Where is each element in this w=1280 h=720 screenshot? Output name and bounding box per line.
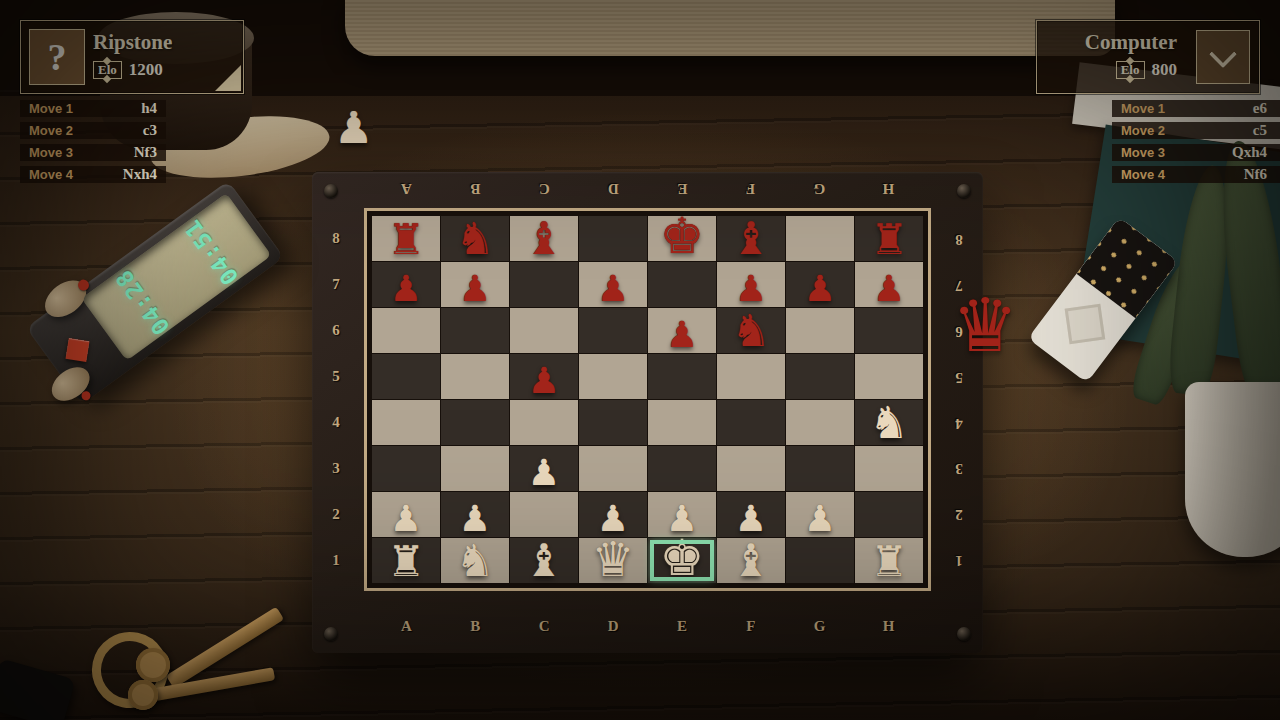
sofa-cushion [345,0,1115,56]
board-screw [324,184,338,198]
player-panel-black: Computer Elo 800 [1036,20,1260,94]
square-b3[interactable] [441,446,509,491]
square-f8[interactable]: ♝ [717,216,785,261]
square-b4[interactable] [441,400,509,445]
move-label: Move 2 [1121,122,1165,139]
move-row: Move 4 Nf6 [1112,166,1280,183]
board-grid: ♜♞♝♚♝♜♟♟♟♟♟♟♟♞♟♞♟♟♟♟♟♟♟♜♞♝♛♚♝♜ [372,216,923,583]
square-h2[interactable] [855,492,923,537]
file-label-C: C [510,618,579,635]
square-e1[interactable]: ♚ [648,538,716,583]
rank-label-4: 4 [326,400,346,446]
move-value: Nf6 [1244,166,1267,183]
move-value: Nxh4 [123,166,157,183]
file-label-top-E: E [648,180,717,197]
move-value: Nf3 [134,144,157,161]
red-rook-a8: ♜ [387,219,425,261]
move-value: c3 [143,122,157,139]
captured-white-pawn: ♟ [334,106,373,150]
dropdown-button[interactable] [1196,30,1250,84]
ranks-left: 87654321 [326,216,346,583]
square-c1[interactable]: ♝ [510,538,578,583]
remote-dpad [1064,304,1105,345]
square-a8[interactable]: ♜ [372,216,440,261]
square-d4[interactable] [579,400,647,445]
file-label-top-A: A [372,180,441,197]
white-time: 04:28 [110,264,175,339]
board-inner-border: ♜♞♝♚♝♜♟♟♟♟♟♟♟♞♟♞♟♟♟♟♟♟♟♜♞♝♛♚♝♜ [364,208,931,591]
square-a2[interactable]: ♟ [372,492,440,537]
square-g6[interactable] [786,308,854,353]
rank-label-right-3: 3 [949,445,969,491]
move-label: Move 2 [29,122,73,139]
white-pawn-e2: ♟ [666,501,698,537]
square-e6[interactable]: ♟ [648,308,716,353]
square-e3[interactable] [648,446,716,491]
move-row: Move 2 c5 [1112,122,1280,139]
square-g5[interactable] [786,354,854,399]
rank-label-1: 1 [326,537,346,583]
square-d7[interactable]: ♟ [579,262,647,307]
white-bishop-f1: ♝ [731,538,771,583]
square-a7[interactable]: ♟ [372,262,440,307]
file-label-top-F: F [716,180,785,197]
rank-label-8: 8 [326,216,346,262]
player-name-white: Ripstone [93,30,243,55]
square-c7[interactable] [510,262,578,307]
square-f1[interactable]: ♝ [717,538,785,583]
elo-value-black: 800 [1152,60,1178,80]
board-screw [957,627,971,641]
move-label: Move 1 [1121,100,1165,117]
move-row: Move 4 Nxh4 [20,166,166,183]
red-knight-b8: ♞ [455,217,494,261]
rank-label-7: 7 [326,262,346,308]
square-c2[interactable] [510,492,578,537]
elo-badge-icon: Elo [1116,61,1145,79]
move-row: Move 2 c3 [20,122,166,139]
red-pawn-h7: ♟ [873,271,905,307]
move-value: e6 [1253,100,1267,117]
files-top: ABCDEFGH [372,180,923,197]
red-knight-f6: ♞ [731,309,770,353]
square-c4[interactable] [510,400,578,445]
board-screw [324,627,338,641]
red-bishop-c8: ♝ [524,216,564,261]
move-value: c5 [1253,122,1267,139]
captured-red-queen: ♛ [952,288,1018,362]
white-bishop-c1: ♝ [524,538,564,583]
square-h3[interactable] [855,446,923,491]
square-a1[interactable]: ♜ [372,538,440,583]
move-label: Move 4 [29,166,73,183]
square-g4[interactable] [786,400,854,445]
file-label-F: F [716,618,785,635]
square-a4[interactable] [372,400,440,445]
square-g7[interactable]: ♟ [786,262,854,307]
white-rook-h1: ♜ [870,541,908,583]
square-e5[interactable] [648,354,716,399]
file-label-A: A [372,618,441,635]
file-label-E: E [648,618,717,635]
square-g1[interactable] [786,538,854,583]
square-b1[interactable]: ♞ [441,538,509,583]
square-b8[interactable]: ♞ [441,216,509,261]
square-f4[interactable] [717,400,785,445]
square-b2[interactable]: ♟ [441,492,509,537]
white-knight-h4: ♞ [869,401,908,445]
rank-label-right-4: 4 [949,400,969,446]
file-label-top-D: D [579,180,648,197]
move-label: Move 3 [1121,144,1165,161]
rank-label-2: 2 [326,491,346,537]
square-h6[interactable] [855,308,923,353]
files-bottom: ABCDEFGH [372,618,923,635]
red-pawn-d7: ♟ [597,271,629,307]
square-f5[interactable] [717,354,785,399]
white-knight-b1: ♞ [455,539,494,583]
square-a5[interactable] [372,354,440,399]
square-f7[interactable]: ♟ [717,262,785,307]
red-pawn-f7: ♟ [735,271,767,307]
elo-value-white: 1200 [129,60,163,80]
chevron-down-icon [1209,40,1237,68]
file-label-top-H: H [854,180,923,197]
move-row: Move 1 h4 [20,100,166,117]
white-pawn-g2: ♟ [804,501,836,537]
square-d8[interactable] [579,216,647,261]
key-head [128,680,158,710]
move-row: Move 1 e6 [1112,100,1280,117]
square-g3[interactable] [786,446,854,491]
square-c6[interactable] [510,308,578,353]
move-row: Move 3 Nf3 [20,144,166,161]
square-c5[interactable]: ♟ [510,354,578,399]
square-a3[interactable] [372,446,440,491]
move-value: Qxh4 [1232,144,1267,161]
square-b5[interactable] [441,354,509,399]
black-time: 04:51 [178,214,243,289]
move-list-white: Move 1 h4 Move 2 c3 Move 3 Nf3 Move 4 Nx… [20,100,166,183]
square-f3[interactable] [717,446,785,491]
rank-label-6: 6 [326,308,346,354]
file-label-B: B [441,618,510,635]
elo-badge-icon: Elo [93,61,122,79]
square-d1[interactable]: ♛ [579,538,647,583]
square-h8[interactable]: ♜ [855,216,923,261]
file-label-top-B: B [441,180,510,197]
red-pawn-g7: ♟ [804,271,836,307]
square-f2[interactable]: ♟ [717,492,785,537]
square-c8[interactable]: ♝ [510,216,578,261]
square-h4[interactable]: ♞ [855,400,923,445]
square-d2[interactable]: ♟ [579,492,647,537]
square-d3[interactable] [579,446,647,491]
red-king-e8: ♚ [660,211,705,261]
move-label: Move 3 [29,144,73,161]
panel-corner-fold [215,65,241,91]
square-b7[interactable]: ♟ [441,262,509,307]
move-value: h4 [141,100,157,117]
file-label-H: H [854,618,923,635]
rank-label-3: 3 [326,445,346,491]
rank-label-5: 5 [326,354,346,400]
white-pawn-c3: ♟ [528,455,560,491]
rank-label-right-8: 8 [949,216,969,262]
white-pawn-a2: ♟ [390,501,422,537]
square-e8[interactable]: ♚ [648,216,716,261]
white-queen-d1: ♛ [591,535,634,583]
board-screw [957,184,971,198]
square-f6[interactable]: ♞ [717,308,785,353]
white-rook-a1: ♜ [387,541,425,583]
square-h1[interactable]: ♜ [855,538,923,583]
red-rook-h8: ♜ [870,219,908,261]
file-label-top-G: G [785,180,854,197]
square-g2[interactable]: ♟ [786,492,854,537]
white-king-e1: ♚ [660,533,705,583]
key-head [136,648,170,682]
square-e2[interactable]: ♟ [648,492,716,537]
rank-label-right-2: 2 [949,491,969,537]
square-h7[interactable]: ♟ [855,262,923,307]
square-d6[interactable] [579,308,647,353]
square-b6[interactable] [441,308,509,353]
square-a6[interactable] [372,308,440,353]
plant-pot [1185,382,1280,557]
move-label: Move 4 [1121,166,1165,183]
square-d5[interactable] [579,354,647,399]
ranks-right: 87654321 [949,216,969,583]
red-bishop-f8: ♝ [731,216,771,261]
clock-red-button [66,338,90,362]
white-pawn-d2: ♟ [597,501,629,537]
rank-label-right-1: 1 [949,537,969,583]
player-name-black: Computer [1037,30,1177,55]
square-h5[interactable] [855,354,923,399]
square-e7[interactable] [648,262,716,307]
white-pawn-f2: ♟ [735,501,767,537]
player-panel-white: ? Ripstone Elo 1200 [20,20,244,94]
avatar-question-mark: ? [29,29,85,85]
white-pawn-b2: ♟ [459,501,491,537]
move-label: Move 1 [29,100,73,117]
red-pawn-a7: ♟ [390,271,422,307]
move-list-black: Move 1 e6 Move 2 c5 Move 3 Qxh4 Move 4 N… [1112,100,1280,183]
red-pawn-e6: ♟ [666,317,698,353]
square-c3[interactable]: ♟ [510,446,578,491]
red-pawn-b7: ♟ [459,271,491,307]
file-label-D: D [579,618,648,635]
file-label-G: G [785,618,854,635]
square-e4[interactable] [648,400,716,445]
red-pawn-c5: ♟ [528,363,560,399]
file-label-top-C: C [510,180,579,197]
move-row: Move 3 Qxh4 [1112,144,1280,161]
chess-board: ABCDEFGH 87654321 87654321 ABCDEFGH ♜♞♝♚… [312,172,983,653]
square-g8[interactable] [786,216,854,261]
